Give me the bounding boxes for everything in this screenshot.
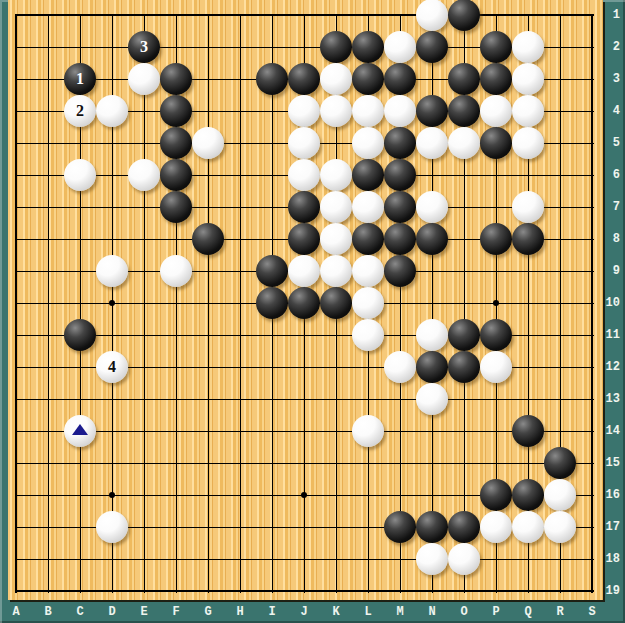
black-stone-m5 bbox=[384, 127, 416, 159]
move-number-label: 2 bbox=[64, 95, 96, 127]
column-label-m: M bbox=[390, 605, 410, 620]
black-stone-o4 bbox=[448, 95, 480, 127]
black-stone-p8 bbox=[480, 223, 512, 255]
column-label-f: F bbox=[166, 605, 186, 620]
black-stone-m7 bbox=[384, 191, 416, 223]
column-label-k: K bbox=[326, 605, 346, 620]
white-stone-r16 bbox=[544, 479, 576, 511]
column-label-i: I bbox=[262, 605, 282, 620]
white-stone-q2 bbox=[512, 31, 544, 63]
black-stone-i10 bbox=[256, 287, 288, 319]
move-number-label: 3 bbox=[128, 31, 160, 63]
column-label-n: N bbox=[422, 605, 442, 620]
black-stone-i9 bbox=[256, 255, 288, 287]
white-stone-n7 bbox=[416, 191, 448, 223]
row-label-12: 12 bbox=[599, 359, 620, 375]
column-label-h: H bbox=[230, 605, 250, 620]
white-stone-q4 bbox=[512, 95, 544, 127]
row-label-5: 5 bbox=[599, 135, 620, 151]
white-stone-k3 bbox=[320, 63, 352, 95]
grid-line-horizontal bbox=[15, 559, 594, 560]
column-label-s: S bbox=[582, 605, 602, 620]
white-stone-d4 bbox=[96, 95, 128, 127]
white-stone-l4 bbox=[352, 95, 384, 127]
black-stone-r15 bbox=[544, 447, 576, 479]
white-stone-m12 bbox=[384, 351, 416, 383]
grid-line-horizontal bbox=[15, 590, 594, 592]
row-label-19: 19 bbox=[599, 583, 620, 599]
black-stone-j7 bbox=[288, 191, 320, 223]
white-stone-l11 bbox=[352, 319, 384, 351]
column-label-j: J bbox=[294, 605, 314, 620]
row-label-9: 9 bbox=[599, 263, 620, 279]
grid-line-horizontal bbox=[15, 399, 594, 400]
black-stone-p5 bbox=[480, 127, 512, 159]
white-stone-k8 bbox=[320, 223, 352, 255]
white-stone-c4: 2 bbox=[64, 95, 96, 127]
column-label-a: A bbox=[6, 605, 26, 620]
star-point-d16 bbox=[109, 492, 115, 498]
black-stone-q16 bbox=[512, 479, 544, 511]
white-stone-l10 bbox=[352, 287, 384, 319]
row-label-2: 2 bbox=[599, 39, 620, 55]
white-stone-l7 bbox=[352, 191, 384, 223]
row-label-3: 3 bbox=[599, 71, 620, 87]
row-label-16: 16 bbox=[599, 487, 620, 503]
white-stone-q5 bbox=[512, 127, 544, 159]
black-stone-m3 bbox=[384, 63, 416, 95]
black-stone-n8 bbox=[416, 223, 448, 255]
white-stone-o18 bbox=[448, 543, 480, 575]
white-stone-q17 bbox=[512, 511, 544, 543]
black-stone-o12 bbox=[448, 351, 480, 383]
row-label-8: 8 bbox=[599, 231, 620, 247]
black-stone-i3 bbox=[256, 63, 288, 95]
white-stone-r17 bbox=[544, 511, 576, 543]
black-stone-l6 bbox=[352, 159, 384, 191]
white-stone-g5 bbox=[192, 127, 224, 159]
white-stone-q3 bbox=[512, 63, 544, 95]
white-stone-l5 bbox=[352, 127, 384, 159]
star-point-p10 bbox=[493, 300, 499, 306]
black-stone-m17 bbox=[384, 511, 416, 543]
grid-line-horizontal bbox=[15, 463, 594, 464]
column-label-d: D bbox=[102, 605, 122, 620]
white-stone-n1 bbox=[416, 0, 448, 31]
black-stone-o11 bbox=[448, 319, 480, 351]
row-label-17: 17 bbox=[599, 519, 620, 535]
column-label-o: O bbox=[454, 605, 474, 620]
white-stone-n11 bbox=[416, 319, 448, 351]
black-stone-p11 bbox=[480, 319, 512, 351]
row-label-11: 11 bbox=[599, 327, 620, 343]
black-stone-n2 bbox=[416, 31, 448, 63]
black-stone-p3 bbox=[480, 63, 512, 95]
white-stone-c6 bbox=[64, 159, 96, 191]
black-stone-o17 bbox=[448, 511, 480, 543]
white-stone-j4 bbox=[288, 95, 320, 127]
black-stone-n17 bbox=[416, 511, 448, 543]
black-stone-j10 bbox=[288, 287, 320, 319]
column-label-g: G bbox=[198, 605, 218, 620]
white-stone-d17 bbox=[96, 511, 128, 543]
column-label-r: R bbox=[550, 605, 570, 620]
black-stone-o3 bbox=[448, 63, 480, 95]
black-stone-f6 bbox=[160, 159, 192, 191]
star-point-j16 bbox=[301, 492, 307, 498]
black-stone-q8 bbox=[512, 223, 544, 255]
triangle-marker bbox=[72, 424, 88, 435]
white-stone-n5 bbox=[416, 127, 448, 159]
column-label-e: E bbox=[134, 605, 154, 620]
black-stone-j8 bbox=[288, 223, 320, 255]
column-label-q: Q bbox=[518, 605, 538, 620]
white-stone-j6 bbox=[288, 159, 320, 191]
black-stone-n12 bbox=[416, 351, 448, 383]
white-stone-k7 bbox=[320, 191, 352, 223]
white-stone-o5 bbox=[448, 127, 480, 159]
black-stone-f4 bbox=[160, 95, 192, 127]
white-stone-d12: 4 bbox=[96, 351, 128, 383]
black-stone-l3 bbox=[352, 63, 384, 95]
board-frame: 3124 ABCDEFGHIJKLMNOPQRS 123456789101112… bbox=[0, 0, 625, 623]
black-stone-l2 bbox=[352, 31, 384, 63]
row-label-1: 1 bbox=[599, 7, 620, 23]
white-stone-n13 bbox=[416, 383, 448, 415]
black-stone-p16 bbox=[480, 479, 512, 511]
black-stone-q14 bbox=[512, 415, 544, 447]
row-label-15: 15 bbox=[599, 455, 620, 471]
white-stone-j9 bbox=[288, 255, 320, 287]
black-stone-p2 bbox=[480, 31, 512, 63]
row-label-14: 14 bbox=[599, 423, 620, 439]
row-label-18: 18 bbox=[599, 551, 620, 567]
column-label-l: L bbox=[358, 605, 378, 620]
white-stone-e3 bbox=[128, 63, 160, 95]
black-stone-k2 bbox=[320, 31, 352, 63]
white-stone-q7 bbox=[512, 191, 544, 223]
white-stone-p17 bbox=[480, 511, 512, 543]
black-stone-g8 bbox=[192, 223, 224, 255]
black-stone-c11 bbox=[64, 319, 96, 351]
white-stone-m2 bbox=[384, 31, 416, 63]
white-stone-d9 bbox=[96, 255, 128, 287]
white-stone-f9 bbox=[160, 255, 192, 287]
white-stone-p4 bbox=[480, 95, 512, 127]
black-stone-o1 bbox=[448, 0, 480, 31]
black-stone-m6 bbox=[384, 159, 416, 191]
row-label-4: 4 bbox=[599, 103, 620, 119]
grid-line-horizontal bbox=[15, 431, 594, 432]
black-stone-k10 bbox=[320, 287, 352, 319]
row-label-7: 7 bbox=[599, 199, 620, 215]
black-stone-f5 bbox=[160, 127, 192, 159]
column-label-c: C bbox=[70, 605, 90, 620]
white-stone-j5 bbox=[288, 127, 320, 159]
row-label-13: 13 bbox=[599, 391, 620, 407]
white-stone-m4 bbox=[384, 95, 416, 127]
black-stone-j3 bbox=[288, 63, 320, 95]
white-stone-l9 bbox=[352, 255, 384, 287]
white-stone-k9 bbox=[320, 255, 352, 287]
black-stone-c3: 1 bbox=[64, 63, 96, 95]
grid-line-horizontal bbox=[15, 14, 594, 16]
star-point-d10 bbox=[109, 300, 115, 306]
column-label-b: B bbox=[38, 605, 58, 620]
move-number-label: 1 bbox=[64, 63, 96, 95]
column-label-p: P bbox=[486, 605, 506, 620]
go-board[interactable]: 3124 bbox=[8, 0, 603, 600]
black-stone-e2: 3 bbox=[128, 31, 160, 63]
white-stone-k6 bbox=[320, 159, 352, 191]
move-number-label: 4 bbox=[96, 351, 128, 383]
white-stone-n18 bbox=[416, 543, 448, 575]
black-stone-n4 bbox=[416, 95, 448, 127]
black-stone-m8 bbox=[384, 223, 416, 255]
black-stone-f3 bbox=[160, 63, 192, 95]
black-stone-m9 bbox=[384, 255, 416, 287]
row-label-6: 6 bbox=[599, 167, 620, 183]
white-stone-e6 bbox=[128, 159, 160, 191]
black-stone-l8 bbox=[352, 223, 384, 255]
white-stone-l14 bbox=[352, 415, 384, 447]
black-stone-f7 bbox=[160, 191, 192, 223]
white-stone-c14 bbox=[64, 415, 96, 447]
white-stone-k4 bbox=[320, 95, 352, 127]
row-label-10: 10 bbox=[599, 295, 620, 311]
white-stone-p12 bbox=[480, 351, 512, 383]
